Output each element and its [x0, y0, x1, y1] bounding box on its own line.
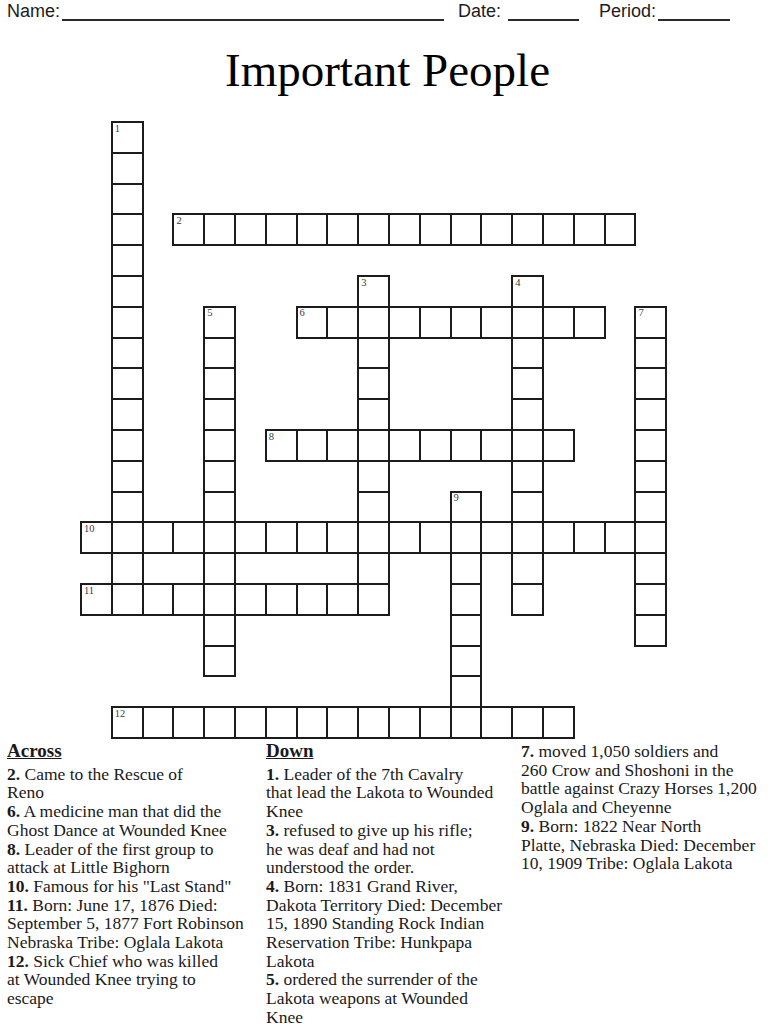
- grid-cell-r3c1[interactable]: [111, 213, 144, 246]
- grid-cell-r10c12[interactable]: [450, 429, 483, 462]
- grid-cell-r13c16[interactable]: [573, 521, 606, 554]
- clue-label: 9.: [521, 816, 534, 836]
- grid-cell-r10c13[interactable]: [480, 429, 513, 462]
- grid-cell-r3c4[interactable]: [203, 213, 236, 246]
- grid-cell-r13c13[interactable]: [480, 521, 513, 554]
- clue-down-3: 3. refused to give up his rifle; he was …: [266, 821, 520, 877]
- grid-cell-r3c10[interactable]: [388, 213, 421, 246]
- grid-cell-r19c5[interactable]: [234, 706, 267, 739]
- grid-cell-r19c10[interactable]: [388, 706, 421, 739]
- grid-cell-r14c12[interactable]: [450, 552, 483, 585]
- grid-cell-r10c8[interactable]: [326, 429, 359, 462]
- grid-cell-r15c12[interactable]: [450, 583, 483, 616]
- clue-number-3: 3: [361, 278, 366, 289]
- grid-cell-r15c7[interactable]: [296, 583, 329, 616]
- grid-cell-r6c16[interactable]: [573, 306, 606, 339]
- clue-number-7: 7: [638, 308, 643, 319]
- clue-number-4: 4: [515, 278, 520, 289]
- grid-cell-r7c1[interactable]: [111, 337, 144, 370]
- grid-cell-r13c9[interactable]: [357, 521, 390, 554]
- clue-text: Famous for his "Last Stand": [33, 876, 231, 896]
- clue-text: refused to give up his rifle; he was dea…: [266, 820, 473, 877]
- grid-cell-r14c4[interactable]: [203, 552, 236, 585]
- grid-cell-r19c7[interactable]: [296, 706, 329, 739]
- down-clue-list: 1. Leader of the 7th Cavalry that lead t…: [266, 765, 520, 1024]
- grid-cell-r10c9[interactable]: [357, 429, 390, 462]
- across-clue-list: 2. Came to the Rescue of Reno6. A medici…: [7, 765, 262, 1008]
- grid-cell-r19c14[interactable]: [511, 706, 544, 739]
- down-clues-column: Down 1. Leader of the 7th Cavalry that l…: [266, 742, 520, 1024]
- clue-down-5: 5. ordered the surrender of the Lakota w…: [266, 970, 520, 1024]
- clue-text: Born: 1831 Grand River, Dakota Territory…: [266, 876, 502, 971]
- grid-cell-r19c6[interactable]: [265, 706, 298, 739]
- clue-label: 10.: [7, 876, 29, 896]
- grid-cell-r6c1[interactable]: [111, 306, 144, 339]
- grid-cell-r15c8[interactable]: [326, 583, 359, 616]
- grid-cell-r15c2[interactable]: [142, 583, 175, 616]
- grid-cell-r10c11[interactable]: [419, 429, 452, 462]
- clue-down-4: 4. Born: 1831 Grand River, Dakota Territ…: [266, 877, 520, 971]
- grid-cell-r7c9[interactable]: [357, 337, 390, 370]
- grid-cell-r15c9[interactable]: [357, 583, 390, 616]
- grid-cell-r15c3[interactable]: [172, 583, 205, 616]
- grid-cell-r17c12[interactable]: [450, 645, 483, 678]
- grid-cell-r19c1[interactable]: 12: [111, 706, 144, 739]
- grid-cell-r10c15[interactable]: [542, 429, 575, 462]
- grid-cell-r3c9[interactable]: [357, 213, 390, 246]
- across-header: Across: [7, 742, 262, 761]
- grid-cell-r15c14[interactable]: [511, 583, 544, 616]
- grid-cell-r1c1[interactable]: [111, 152, 144, 185]
- grid-cell-r13c2[interactable]: [142, 521, 175, 554]
- grid-cell-r9c1[interactable]: [111, 398, 144, 431]
- grid-cell-r12c4[interactable]: [203, 491, 236, 524]
- grid-cell-r6c12[interactable]: [450, 306, 483, 339]
- clue-label: 12.: [7, 951, 29, 971]
- grid-cell-r8c14[interactable]: [511, 367, 544, 400]
- clue-number-12: 12: [115, 709, 126, 720]
- grid-cell-r19c9[interactable]: [357, 706, 390, 739]
- clue-number-2: 2: [176, 216, 181, 227]
- grid-cell-r4c1[interactable]: [111, 244, 144, 277]
- clue-text: Sick Chief who was killed at Wounded Kne…: [7, 951, 218, 1008]
- grid-cell-r19c3[interactable]: [172, 706, 205, 739]
- grid-cell-r8c18[interactable]: [634, 367, 667, 400]
- grid-cell-r13c7[interactable]: [296, 521, 329, 554]
- grid-cell-r15c1[interactable]: [111, 583, 144, 616]
- grid-cell-r3c8[interactable]: [326, 213, 359, 246]
- grid-cell-r10c18[interactable]: [634, 429, 667, 462]
- grid-cell-r13c5[interactable]: [234, 521, 267, 554]
- grid-cell-r13c10[interactable]: [388, 521, 421, 554]
- grid-cell-r15c18[interactable]: [634, 583, 667, 616]
- crossword-grid: 123456789101112: [80, 121, 667, 739]
- grid-cell-r12c12[interactable]: 9: [450, 491, 483, 524]
- clue-label: 5.: [266, 969, 279, 989]
- grid-cell-r6c9[interactable]: [357, 306, 390, 339]
- clue-number-5: 5: [207, 308, 212, 319]
- clue-text: Came to the Rescue of Reno: [7, 764, 183, 803]
- clue-label: 8.: [7, 839, 20, 859]
- grid-cell-r14c14[interactable]: [511, 552, 544, 585]
- grid-cell-r6c4[interactable]: 5: [203, 306, 236, 339]
- clue-text: Born: June 17, 1876 Died: September 5, 1…: [7, 895, 244, 952]
- grid-cell-r13c0[interactable]: 10: [80, 521, 113, 554]
- grid-cell-r3c7[interactable]: [296, 213, 329, 246]
- clue-text: Born: 1822 Near North Platte, Nebraska D…: [521, 816, 755, 873]
- grid-cell-r7c14[interactable]: [511, 337, 544, 370]
- grid-cell-r10c1[interactable]: [111, 429, 144, 462]
- grid-cell-r3c16[interactable]: [573, 213, 606, 246]
- grid-cell-r13c15[interactable]: [542, 521, 575, 554]
- grid-cell-r5c1[interactable]: [111, 275, 144, 308]
- down-clues-column-continued: 7. moved 1,050 soldiers and 260 Crow and…: [521, 742, 775, 873]
- grid-cell-r9c14[interactable]: [511, 398, 544, 431]
- clue-label: 1.: [266, 764, 279, 784]
- grid-cell-r5c14[interactable]: 4: [511, 275, 544, 308]
- grid-cell-r13c18[interactable]: [634, 521, 667, 554]
- clue-label: 2.: [7, 764, 20, 784]
- page-title: Important People: [0, 44, 775, 96]
- grid-cell-r13c1[interactable]: [111, 521, 144, 554]
- name-label: Name:: [7, 2, 60, 20]
- clue-across-10: 10. Famous for his "Last Stand": [7, 877, 262, 896]
- grid-cell-r0c1[interactable]: 1: [111, 121, 144, 154]
- down-clue-list-continued: 7. moved 1,050 soldiers and 260 Crow and…: [521, 742, 775, 873]
- grid-cell-r15c0[interactable]: 11: [80, 583, 113, 616]
- grid-cell-r11c9[interactable]: [357, 460, 390, 493]
- clue-label: 3.: [266, 820, 279, 840]
- grid-cell-r3c15[interactable]: [542, 213, 575, 246]
- clue-number-9: 9: [454, 493, 459, 504]
- grid-cell-r3c6[interactable]: [265, 213, 298, 246]
- clue-across-6: 6. A medicine man that did the Ghost Dan…: [7, 802, 262, 839]
- grid-cell-r7c18[interactable]: [634, 337, 667, 370]
- grid-cell-r5c9[interactable]: 3: [357, 275, 390, 308]
- grid-cell-r8c4[interactable]: [203, 367, 236, 400]
- grid-cell-r16c18[interactable]: [634, 614, 667, 647]
- clue-text: ordered the surrender of the Lakota weap…: [266, 969, 478, 1024]
- grid-cell-r3c14[interactable]: [511, 213, 544, 246]
- grid-cell-r6c11[interactable]: [419, 306, 452, 339]
- clue-text: moved 1,050 soldiers and 260 Crow and Sh…: [521, 741, 757, 817]
- grid-cell-r8c1[interactable]: [111, 367, 144, 400]
- grid-cell-r3c12[interactable]: [450, 213, 483, 246]
- clue-across-2: 2. Came to the Rescue of Reno: [7, 765, 262, 802]
- date-fill-in-line[interactable]: [508, 19, 579, 21]
- grid-cell-r11c1[interactable]: [111, 460, 144, 493]
- grid-cell-r11c18[interactable]: [634, 460, 667, 493]
- grid-cell-r13c8[interactable]: [326, 521, 359, 554]
- grid-cell-r12c18[interactable]: [634, 491, 667, 524]
- grid-cell-r10c10[interactable]: [388, 429, 421, 462]
- grid-cell-r13c17[interactable]: [604, 521, 637, 554]
- clue-down-1: 1. Leader of the 7th Cavalry that lead t…: [266, 765, 520, 821]
- grid-cell-r13c14[interactable]: [511, 521, 544, 554]
- grid-cell-r12c9[interactable]: [357, 491, 390, 524]
- grid-cell-r12c14[interactable]: [511, 491, 544, 524]
- clue-label: 11.: [7, 895, 28, 915]
- grid-cell-r13c12[interactable]: [450, 521, 483, 554]
- clue-number-10: 10: [84, 524, 95, 535]
- across-clues-column: Across 2. Came to the Rescue of Reno6. A…: [7, 742, 262, 1008]
- grid-cell-r14c18[interactable]: [634, 552, 667, 585]
- grid-cell-r19c15[interactable]: [542, 706, 575, 739]
- grid-cell-r18c12[interactable]: [450, 675, 483, 708]
- grid-cell-r19c8[interactable]: [326, 706, 359, 739]
- grid-cell-r6c15[interactable]: [542, 306, 575, 339]
- clue-number-6: 6: [300, 308, 305, 319]
- grid-cell-r15c4[interactable]: [203, 583, 236, 616]
- grid-cell-r14c9[interactable]: [357, 552, 390, 585]
- grid-cell-r3c17[interactable]: [604, 213, 637, 246]
- down-header: Down: [266, 742, 520, 761]
- grid-cell-r19c12[interactable]: [450, 706, 483, 739]
- grid-cell-r19c13[interactable]: [480, 706, 513, 739]
- clue-number-1: 1: [115, 124, 120, 135]
- grid-cell-r3c3[interactable]: 2: [172, 213, 205, 246]
- grid-cell-r16c4[interactable]: [203, 614, 236, 647]
- clue-text: Leader of the first group to attack at L…: [7, 839, 214, 878]
- period-label: Period:: [599, 2, 656, 20]
- grid-cell-r9c9[interactable]: [357, 398, 390, 431]
- name-fill-in-line[interactable]: [62, 19, 444, 21]
- grid-cell-r11c14[interactable]: [511, 460, 544, 493]
- clue-number-8: 8: [269, 432, 274, 443]
- grid-cell-r7c4[interactable]: [203, 337, 236, 370]
- grid-cell-r15c6[interactable]: [265, 583, 298, 616]
- clue-label: 7.: [521, 741, 534, 761]
- grid-cell-r9c4[interactable]: [203, 398, 236, 431]
- grid-cell-r19c2[interactable]: [142, 706, 175, 739]
- grid-cell-r13c11[interactable]: [419, 521, 452, 554]
- grid-cell-r16c12[interactable]: [450, 614, 483, 647]
- grid-cell-r2c1[interactable]: [111, 183, 144, 216]
- grid-cell-r11c4[interactable]: [203, 460, 236, 493]
- clue-text: Leader of the 7th Cavalry that lead the …: [266, 764, 493, 821]
- grid-cell-r19c11[interactable]: [419, 706, 452, 739]
- grid-cell-r10c6[interactable]: 8: [265, 429, 298, 462]
- grid-cell-r6c18[interactable]: 7: [634, 306, 667, 339]
- clue-text: A medicine man that did the Ghost Dance …: [7, 801, 227, 840]
- grid-cell-r13c6[interactable]: [265, 521, 298, 554]
- clue-down-9: 9. Born: 1822 Near North Platte, Nebrask…: [521, 817, 775, 873]
- grid-cell-r15c5[interactable]: [234, 583, 267, 616]
- grid-cell-r12c1[interactable]: [111, 491, 144, 524]
- clue-label: 4.: [266, 876, 279, 896]
- clue-down-7: 7. moved 1,050 soldiers and 260 Crow and…: [521, 742, 775, 817]
- grid-cell-r10c4[interactable]: [203, 429, 236, 462]
- grid-cell-r13c3[interactable]: [172, 521, 205, 554]
- grid-cell-r3c11[interactable]: [419, 213, 452, 246]
- clue-across-11: 11. Born: June 17, 1876 Died: September …: [7, 896, 262, 952]
- grid-cell-r14c1[interactable]: [111, 552, 144, 585]
- grid-cell-r6c8[interactable]: [326, 306, 359, 339]
- clue-number-11: 11: [84, 586, 94, 597]
- grid-cell-r19c4[interactable]: [203, 706, 236, 739]
- grid-cell-r13c4[interactable]: [203, 521, 236, 554]
- grid-cell-r10c7[interactable]: [296, 429, 329, 462]
- date-label: Date:: [458, 2, 501, 20]
- grid-cell-r3c13[interactable]: [480, 213, 513, 246]
- grid-cell-r6c10[interactable]: [388, 306, 421, 339]
- grid-cell-r8c9[interactable]: [357, 367, 390, 400]
- grid-cell-r10c14[interactable]: [511, 429, 544, 462]
- grid-cell-r17c4[interactable]: [203, 645, 236, 678]
- clue-across-12: 12. Sick Chief who was killed at Wounded…: [7, 952, 262, 1008]
- grid-cell-r6c13[interactable]: [480, 306, 513, 339]
- grid-cell-r3c5[interactable]: [234, 213, 267, 246]
- grid-cell-r6c7[interactable]: 6: [296, 306, 329, 339]
- period-fill-in-line[interactable]: [658, 19, 730, 21]
- clue-label: 6.: [7, 801, 20, 821]
- grid-cell-r9c18[interactable]: [634, 398, 667, 431]
- grid-cell-r6c14[interactable]: [511, 306, 544, 339]
- clue-across-8: 8. Leader of the first group to attack a…: [7, 840, 262, 877]
